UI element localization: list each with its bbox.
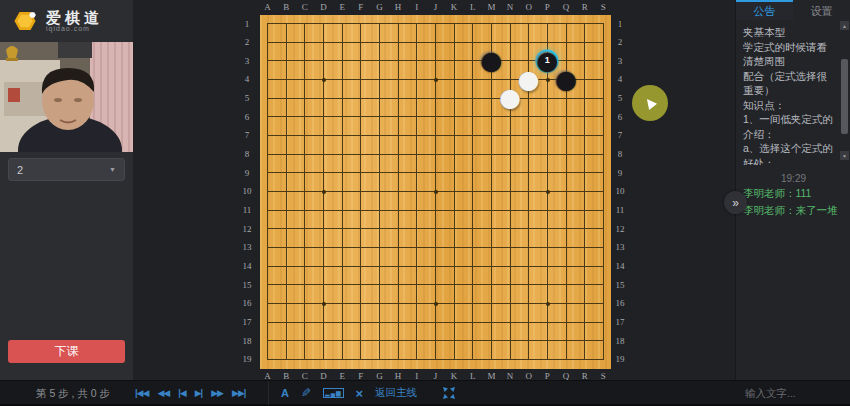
row-label-9: 9	[239, 163, 255, 182]
row-label-2: 2	[612, 33, 628, 52]
chat-timestamp: 19:29	[736, 173, 850, 184]
col-label-F: F	[351, 0, 370, 13]
cursor-arrow-icon	[643, 96, 657, 110]
white-stone-N5[interactable]: ●	[501, 89, 519, 107]
black-stone-P3[interactable]: ●1	[538, 52, 556, 70]
black-stone-Q4[interactable]: ●	[557, 71, 575, 89]
row-label-3: 3	[239, 52, 255, 71]
black-stone-M3[interactable]: ●	[482, 52, 500, 70]
row-label-17: 17	[612, 313, 628, 332]
board-area: ABCDEFGHIJKLMNOPQRS ABCDEFGHIJKLMNOPQRS …	[133, 0, 735, 380]
stone-glyph: ●	[555, 71, 577, 89]
col-label-K: K	[445, 0, 464, 13]
note-line: 学定式的时候请看清楚周围	[743, 40, 837, 69]
note-line: 夹基本型	[743, 25, 837, 40]
collapse-panel-button[interactable]: »	[724, 191, 747, 214]
row-label-8: 8	[612, 145, 628, 164]
teacher-pointer-indicator	[632, 85, 668, 121]
chat-message: 李明老师：来了一堆	[743, 203, 845, 218]
row-label-6: 6	[239, 107, 255, 126]
row-label-13: 13	[612, 238, 628, 257]
row-label-13: 13	[239, 238, 255, 257]
app-window: 爱棋道 iqidao.com	[0, 0, 850, 406]
white-stone-O4[interactable]: ●	[520, 71, 538, 89]
teacher-webcam-video	[0, 42, 133, 152]
note-line: a、选择这个定式的好处：	[743, 141, 837, 165]
tab-announcement[interactable]: 公告	[736, 0, 793, 20]
row-label-4: 4	[239, 70, 255, 89]
chevron-down-icon: ▼	[109, 166, 116, 173]
row-label-11: 11	[239, 201, 255, 220]
row-label-18: 18	[612, 331, 628, 350]
col-label-B: B	[277, 0, 296, 13]
stone-glyph: ●	[518, 71, 540, 89]
note-line: 知识点：	[743, 98, 837, 113]
pen-tool-icon[interactable]: ✎	[301, 386, 311, 400]
col-label-P: P	[538, 0, 557, 13]
scroll-down-icon[interactable]: ▼	[840, 151, 849, 160]
move-number-label: 1	[538, 52, 556, 70]
stones-grid: ●●1●●●	[258, 14, 613, 369]
chat-input[interactable]	[737, 387, 850, 399]
go-board[interactable]: ●●1●●●	[260, 15, 611, 369]
row-label-1: 1	[612, 14, 628, 33]
logo: 爱棋道 iqidao.com	[0, 0, 133, 42]
webcam-scene	[0, 42, 133, 152]
chart-tool-icon[interactable]: ▂▄▆	[323, 388, 343, 398]
row-label-7: 7	[612, 126, 628, 145]
row-label-12: 12	[239, 219, 255, 238]
col-label-G: G	[370, 0, 389, 13]
board-numbers-right: 12345678910111213141516171819	[612, 14, 628, 369]
logo-subtitle: iqidao.com	[46, 25, 103, 32]
col-label-J: J	[426, 0, 445, 13]
col-label-R: R	[575, 0, 594, 13]
panel-tabs: 公告 设置	[736, 0, 850, 20]
col-label-E: E	[333, 0, 352, 13]
playback-controls: |◀◀◀◀|◀▶|▶▶▶▶|	[135, 381, 245, 405]
row-label-4: 4	[612, 70, 628, 89]
row-label-11: 11	[612, 201, 628, 220]
bottom-toolbar: 第 5 步 , 共 0 步 |◀◀◀◀|◀▶|▶▶▶▶| A ✎ ▂▄▆ × 返…	[0, 380, 850, 406]
annotation-tools: A ✎ ▂▄▆ × 返回主线	[268, 381, 455, 405]
col-label-I: I	[407, 0, 426, 13]
row-label-8: 8	[239, 145, 255, 164]
row-label-15: 15	[612, 275, 628, 294]
stone-glyph: ●	[481, 52, 503, 70]
chat-messages: 李明老师：111李明老师：来了一堆	[736, 186, 850, 218]
row-label-2: 2	[239, 33, 255, 52]
row-label-14: 14	[612, 257, 628, 276]
clear-marks-icon[interactable]: ×	[356, 386, 364, 401]
row-label-10: 10	[612, 182, 628, 201]
row-label-16: 16	[612, 294, 628, 313]
row-label-19: 19	[239, 350, 255, 369]
col-label-H: H	[389, 0, 408, 13]
row-label-16: 16	[239, 294, 255, 313]
step-back-move-icon[interactable]: |◀	[178, 388, 185, 398]
row-label-15: 15	[239, 275, 255, 294]
tab-settings[interactable]: 设置	[793, 0, 850, 20]
row-label-12: 12	[612, 219, 628, 238]
row-label-14: 14	[239, 257, 255, 276]
scroll-up-icon[interactable]: ▲	[840, 21, 849, 30]
iqidao-logo-icon	[14, 9, 38, 33]
notes-scrollbar[interactable]: ▲ ▼	[840, 21, 849, 160]
row-label-1: 1	[239, 14, 255, 33]
chat-input-area: 发送	[737, 381, 850, 405]
left-sidebar: 爱棋道 iqidao.com	[0, 0, 133, 380]
step-status: 第 5 步 , 共 0 步	[36, 387, 110, 401]
board-letters-top: ABCDEFGHIJKLMNOPQRS	[258, 0, 613, 13]
row-label-9: 9	[612, 163, 628, 182]
row-label-3: 3	[612, 52, 628, 71]
row-label-17: 17	[239, 313, 255, 332]
first-move-icon[interactable]: |◀◀	[135, 388, 148, 398]
row-label-18: 18	[239, 331, 255, 350]
dropdown-value: 2	[17, 164, 23, 176]
row-label-6: 6	[612, 107, 628, 126]
step-forward-move-icon[interactable]: ▶|	[195, 388, 202, 398]
col-label-N: N	[501, 0, 520, 13]
col-label-A: A	[258, 0, 277, 13]
last-move-icon[interactable]: ▶▶|	[232, 388, 245, 398]
col-label-D: D	[314, 0, 333, 13]
board-numbers-left: 12345678910111213141516171819	[239, 14, 255, 369]
col-label-S: S	[594, 0, 613, 13]
note-line: 配合（定式选择很重要）	[743, 69, 837, 98]
col-label-L: L	[463, 0, 482, 13]
logo-title: 爱棋道	[46, 10, 103, 25]
chat-area: 19:29 李明老师：111李明老师：来了一堆	[736, 165, 850, 380]
stone-glyph: ●	[499, 89, 521, 107]
col-label-O: O	[519, 0, 538, 13]
col-label-Q: Q	[557, 0, 576, 13]
end-class-button[interactable]: 下课	[8, 340, 125, 363]
scrollbar-thumb[interactable]	[841, 59, 848, 134]
row-label-5: 5	[612, 89, 628, 108]
fast-forward-move-icon[interactable]: ▶▶	[211, 388, 223, 398]
chat-message: 李明老师：111	[743, 186, 845, 201]
lesson-notes: 夹基本型学定式的时候请看清楚周围配合（定式选择很重要）知识点：1、一间低夹定式的…	[736, 20, 850, 165]
label-tool-button[interactable]: A	[281, 387, 289, 399]
note-line: 1、一间低夹定式的介绍：	[743, 112, 837, 141]
camera-select-dropdown[interactable]: 2 ▼	[8, 158, 125, 181]
row-label-5: 5	[239, 89, 255, 108]
row-label-19: 19	[612, 350, 628, 369]
col-label-C: C	[296, 0, 315, 13]
fullscreen-icon[interactable]	[443, 387, 455, 399]
row-label-10: 10	[239, 182, 255, 201]
right-panel: 公告 设置 夹基本型学定式的时候请看清楚周围配合（定式选择很重要）知识点：1、一…	[735, 0, 850, 380]
chevron-right-icon: »	[732, 196, 739, 210]
fast-backward-move-icon[interactable]: ◀◀	[157, 388, 169, 398]
return-mainline-button[interactable]: 返回主线	[375, 386, 417, 400]
col-label-M: M	[482, 0, 501, 13]
row-label-7: 7	[239, 126, 255, 145]
